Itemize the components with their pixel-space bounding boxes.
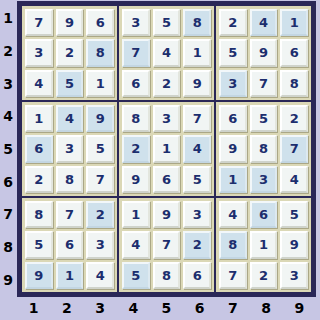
cell-r2c8[interactable]: 9 (250, 39, 278, 66)
sudoku-board: 7963284513587416292415963781496352878372… (17, 1, 316, 297)
cell-r2c7[interactable]: 5 (219, 39, 247, 66)
cell-r1c3[interactable]: 6 (86, 9, 114, 36)
cell-r4c1[interactable]: 1 (25, 105, 53, 132)
cell-r7c1[interactable]: 8 (25, 201, 53, 228)
cell-r1c2[interactable]: 9 (56, 9, 84, 36)
col-label-8: 8 (250, 297, 283, 319)
cell-r7c7[interactable]: 4 (219, 201, 247, 228)
row-labels: 123456789 (0, 2, 16, 296)
row-label-4: 4 (0, 100, 16, 133)
cell-r6c4[interactable]: 9 (122, 166, 150, 193)
cell-r7c2[interactable]: 7 (56, 201, 84, 228)
cell-r7c9[interactable]: 5 (280, 201, 308, 228)
cell-r1c6[interactable]: 8 (183, 9, 211, 36)
cell-r6c9[interactable]: 4 (280, 166, 308, 193)
row-label-7: 7 (0, 198, 16, 231)
cell-r4c9[interactable]: 2 (280, 105, 308, 132)
cell-r1c4[interactable]: 3 (122, 9, 150, 36)
cell-r5c3[interactable]: 5 (86, 135, 114, 162)
cell-r5c6[interactable]: 4 (183, 135, 211, 162)
cell-r2c3[interactable]: 8 (86, 39, 114, 66)
cell-r7c8[interactable]: 6 (250, 201, 278, 228)
cell-r2c9[interactable]: 6 (280, 39, 308, 66)
cell-r6c6[interactable]: 5 (183, 166, 211, 193)
cell-r6c2[interactable]: 8 (56, 166, 84, 193)
cell-r3c9[interactable]: 8 (280, 70, 308, 97)
cell-r5c4[interactable]: 2 (122, 135, 150, 162)
cell-r9c2[interactable]: 1 (56, 262, 84, 289)
cell-r9c3[interactable]: 4 (86, 262, 114, 289)
cell-r8c2[interactable]: 6 (56, 231, 84, 258)
col-label-2: 2 (50, 297, 83, 319)
row-label-8: 8 (0, 231, 16, 264)
cell-r2c5[interactable]: 4 (153, 39, 181, 66)
row-label-6: 6 (0, 165, 16, 198)
box-7: 872563914 (22, 198, 117, 292)
cell-r9c6[interactable]: 6 (183, 262, 211, 289)
cell-r3c4[interactable]: 6 (122, 70, 150, 97)
box-9: 465819723 (216, 198, 311, 292)
cell-r9c9[interactable]: 3 (280, 262, 308, 289)
box-6: 652987134 (216, 102, 311, 196)
cell-r4c2[interactable]: 4 (56, 105, 84, 132)
cell-r7c6[interactable]: 3 (183, 201, 211, 228)
box-3: 241596378 (216, 6, 311, 100)
cell-r1c1[interactable]: 7 (25, 9, 53, 36)
row-label-9: 9 (0, 263, 16, 296)
cell-r4c5[interactable]: 3 (153, 105, 181, 132)
col-labels: 123456789 (17, 297, 316, 319)
cell-r7c5[interactable]: 9 (153, 201, 181, 228)
cell-r8c3[interactable]: 3 (86, 231, 114, 258)
cell-r2c1[interactable]: 3 (25, 39, 53, 66)
cell-r5c8[interactable]: 8 (250, 135, 278, 162)
row-label-2: 2 (0, 35, 16, 68)
cell-r1c9[interactable]: 1 (280, 9, 308, 36)
cell-r5c1[interactable]: 6 (25, 135, 53, 162)
col-label-7: 7 (216, 297, 249, 319)
cell-r8c7[interactable]: 8 (219, 231, 247, 258)
cell-r9c1[interactable]: 9 (25, 262, 53, 289)
cell-r8c1[interactable]: 5 (25, 231, 53, 258)
cell-r9c7[interactable]: 7 (219, 262, 247, 289)
cell-r8c9[interactable]: 9 (280, 231, 308, 258)
cell-r5c7[interactable]: 9 (219, 135, 247, 162)
cell-r6c8[interactable]: 3 (250, 166, 278, 193)
col-label-6: 6 (183, 297, 216, 319)
cell-r4c8[interactable]: 5 (250, 105, 278, 132)
cell-r3c6[interactable]: 9 (183, 70, 211, 97)
cell-r5c9[interactable]: 7 (280, 135, 308, 162)
row-label-3: 3 (0, 67, 16, 100)
cell-r3c5[interactable]: 2 (153, 70, 181, 97)
cell-r5c5[interactable]: 1 (153, 135, 181, 162)
cell-r1c5[interactable]: 5 (153, 9, 181, 36)
cell-r3c1[interactable]: 4 (25, 70, 53, 97)
cell-r1c8[interactable]: 4 (250, 9, 278, 36)
cell-r7c3[interactable]: 2 (86, 201, 114, 228)
box-8: 193472586 (119, 198, 214, 292)
cell-r4c4[interactable]: 8 (122, 105, 150, 132)
cell-r4c6[interactable]: 7 (183, 105, 211, 132)
cell-r4c7[interactable]: 6 (219, 105, 247, 132)
cell-r2c4[interactable]: 7 (122, 39, 150, 66)
cell-r6c5[interactable]: 6 (153, 166, 181, 193)
box-1: 796328451 (22, 6, 117, 100)
col-label-9: 9 (283, 297, 316, 319)
cell-r6c3[interactable]: 7 (86, 166, 114, 193)
cell-r4c3[interactable]: 9 (86, 105, 114, 132)
cell-r8c4[interactable]: 4 (122, 231, 150, 258)
cell-r2c6[interactable]: 1 (183, 39, 211, 66)
cell-r3c2[interactable]: 5 (56, 70, 84, 97)
cell-r3c7[interactable]: 3 (219, 70, 247, 97)
cell-r2c2[interactable]: 2 (56, 39, 84, 66)
row-label-1: 1 (0, 2, 16, 35)
box-2: 358741629 (119, 6, 214, 100)
box-5: 837214965 (119, 102, 214, 196)
cell-r3c3[interactable]: 1 (86, 70, 114, 97)
cell-r1c7[interactable]: 2 (219, 9, 247, 36)
cell-r5c2[interactable]: 3 (56, 135, 84, 162)
cell-r8c6[interactable]: 2 (183, 231, 211, 258)
col-label-5: 5 (150, 297, 183, 319)
cell-r8c5[interactable]: 7 (153, 231, 181, 258)
cell-r6c7[interactable]: 1 (219, 166, 247, 193)
cell-r9c5[interactable]: 8 (153, 262, 181, 289)
cell-r9c4[interactable]: 5 (122, 262, 150, 289)
cell-r8c8[interactable]: 1 (250, 231, 278, 258)
row-label-5: 5 (0, 133, 16, 166)
col-label-1: 1 (17, 297, 50, 319)
sudoku-page: 123456789 796328451358741629241596378149… (0, 0, 320, 320)
col-label-3: 3 (83, 297, 116, 319)
cell-r6c1[interactable]: 2 (25, 166, 53, 193)
cell-r9c8[interactable]: 2 (250, 262, 278, 289)
cell-r3c8[interactable]: 7 (250, 70, 278, 97)
box-4: 149635287 (22, 102, 117, 196)
col-label-4: 4 (117, 297, 150, 319)
cell-r7c4[interactable]: 1 (122, 201, 150, 228)
